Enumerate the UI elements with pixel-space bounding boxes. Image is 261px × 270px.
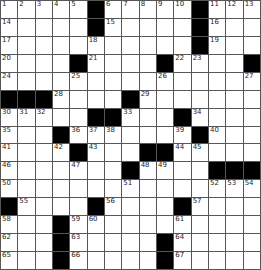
block-r2c12 xyxy=(192,19,208,36)
cell-r2c11[interactable] xyxy=(174,19,190,36)
cell-r1c8[interactable]: 7 xyxy=(122,1,138,18)
cell-r9c7[interactable] xyxy=(105,144,121,161)
block-r9c5 xyxy=(70,144,86,161)
cell-r15c12[interactable] xyxy=(192,252,208,269)
clue-number-46: 46 xyxy=(2,162,11,169)
cell-r8c6[interactable]: 37 xyxy=(88,127,104,144)
cell-r13c10[interactable] xyxy=(157,216,173,233)
cell-r9c6[interactable]: 43 xyxy=(88,144,104,161)
cell-r15c11[interactable]: 67 xyxy=(174,252,190,269)
cell-r7c8[interactable]: 33 xyxy=(122,109,138,126)
cell-r15c6[interactable] xyxy=(88,252,104,269)
cell-r13c1[interactable]: 58 xyxy=(1,216,17,233)
cell-r9c14[interactable] xyxy=(226,144,242,161)
clue-number-56: 56 xyxy=(106,198,115,205)
clue-number-11: 11 xyxy=(210,1,219,8)
block-r6c2 xyxy=(18,91,34,108)
cell-r4c8[interactable] xyxy=(122,55,138,72)
block-r6c8 xyxy=(122,91,138,108)
block-r8c4 xyxy=(53,127,69,144)
cell-r14c11[interactable]: 64 xyxy=(174,234,190,251)
cell-r9c8[interactable] xyxy=(122,144,138,161)
clue-number-49: 49 xyxy=(158,162,167,169)
cell-r7c9[interactable] xyxy=(140,109,156,126)
cell-r11c11[interactable] xyxy=(174,180,190,197)
cell-r10c9[interactable]: 48 xyxy=(140,162,156,179)
cell-r7c1[interactable]: 30 xyxy=(1,109,17,126)
cell-r2c10[interactable] xyxy=(157,19,173,36)
cell-r8c7[interactable]: 38 xyxy=(105,127,121,144)
cell-r2c2[interactable] xyxy=(18,19,34,36)
cell-r5c14[interactable] xyxy=(226,73,242,90)
cell-r13c12[interactable] xyxy=(192,216,208,233)
cell-r5c6[interactable] xyxy=(88,73,104,90)
cell-r4c14[interactable] xyxy=(226,55,242,72)
clue-number-59: 59 xyxy=(71,216,80,223)
block-r4c5 xyxy=(70,55,86,72)
clue-number-12: 12 xyxy=(227,1,236,8)
clue-number-14: 14 xyxy=(2,19,11,26)
block-r14c4 xyxy=(53,234,69,251)
clue-number-54: 54 xyxy=(245,180,254,187)
clue-number-17: 17 xyxy=(2,37,11,44)
block-r6c3 xyxy=(36,91,52,108)
clue-number-57: 57 xyxy=(193,198,202,205)
cell-r1c13[interactable]: 11 xyxy=(209,1,225,18)
cell-r6c14[interactable] xyxy=(226,91,242,108)
clue-number-24: 24 xyxy=(2,73,11,80)
block-r15c10 xyxy=(157,252,173,269)
cell-r9c12[interactable]: 45 xyxy=(192,144,208,161)
cell-r12c5[interactable] xyxy=(70,198,86,215)
cell-r9c4[interactable]: 42 xyxy=(53,144,69,161)
cell-r4c12[interactable]: 23 xyxy=(192,55,208,72)
cell-r8c15[interactable] xyxy=(244,127,260,144)
cell-r13c8[interactable] xyxy=(122,216,138,233)
cell-r4c11[interactable]: 22 xyxy=(174,55,190,72)
clue-number-19: 19 xyxy=(210,37,219,44)
cell-r5c15[interactable]: 27 xyxy=(244,73,260,90)
cell-r11c4[interactable] xyxy=(53,180,69,197)
cell-r7c4[interactable] xyxy=(53,109,69,126)
cell-r12c8[interactable] xyxy=(122,198,138,215)
block-r6c1 xyxy=(1,91,17,108)
cell-r4c13[interactable] xyxy=(209,55,225,72)
cell-r14c5[interactable]: 63 xyxy=(70,234,86,251)
cell-r6c11[interactable] xyxy=(174,91,190,108)
cell-r10c12[interactable] xyxy=(192,162,208,179)
cell-r8c11[interactable]: 39 xyxy=(174,127,190,144)
cell-r9c13[interactable] xyxy=(209,144,225,161)
cell-r11c1[interactable]: 50 xyxy=(1,180,17,197)
cell-r5c11[interactable] xyxy=(174,73,190,90)
cell-r9c2[interactable] xyxy=(18,144,34,161)
block-r9c9 xyxy=(140,144,156,161)
cell-r3c4[interactable] xyxy=(53,37,69,54)
cell-r3c5[interactable] xyxy=(70,37,86,54)
cell-r12c9[interactable] xyxy=(140,198,156,215)
clue-number-2: 2 xyxy=(19,1,23,8)
clue-number-27: 27 xyxy=(245,73,254,80)
clue-number-53: 53 xyxy=(227,180,236,187)
cell-r14c3[interactable] xyxy=(36,234,52,251)
cell-r11c6[interactable] xyxy=(88,180,104,197)
cell-r4c2[interactable] xyxy=(18,55,34,72)
cell-r15c2[interactable] xyxy=(18,252,34,269)
block-r10c13 xyxy=(209,162,225,179)
clue-number-31: 31 xyxy=(19,109,28,116)
cell-r5c8[interactable] xyxy=(122,73,138,90)
clue-number-44: 44 xyxy=(175,144,184,151)
cell-r4c1[interactable]: 20 xyxy=(1,55,17,72)
cell-r2c7[interactable]: 15 xyxy=(105,19,121,36)
cell-r6c13[interactable] xyxy=(209,91,225,108)
cell-r12c14[interactable] xyxy=(226,198,242,215)
block-r10c8 xyxy=(122,162,138,179)
clue-number-47: 47 xyxy=(71,162,80,169)
cell-r2c13[interactable]: 16 xyxy=(209,19,225,36)
block-r2c6 xyxy=(88,19,104,36)
clue-number-21: 21 xyxy=(89,55,98,62)
clue-number-40: 40 xyxy=(210,127,219,134)
cell-r2c3[interactable] xyxy=(36,19,52,36)
crossword-board: 1234567891011121314151617181920212223242… xyxy=(0,0,261,270)
clue-number-15: 15 xyxy=(106,19,115,26)
cell-r4c6[interactable]: 21 xyxy=(88,55,104,72)
cell-r8c2[interactable] xyxy=(18,127,34,144)
clue-number-8: 8 xyxy=(141,1,145,8)
clue-number-41: 41 xyxy=(2,144,11,151)
cell-r12c12[interactable]: 57 xyxy=(192,198,208,215)
clue-number-1: 1 xyxy=(2,1,6,8)
cell-r1c3[interactable]: 3 xyxy=(36,1,52,18)
clue-number-43: 43 xyxy=(89,144,98,151)
cell-r15c5[interactable]: 66 xyxy=(70,252,86,269)
cell-r5c4[interactable] xyxy=(53,73,69,90)
clue-number-3: 3 xyxy=(37,1,41,8)
cell-r2c15[interactable] xyxy=(244,19,260,36)
cell-r13c2[interactable] xyxy=(18,216,34,233)
cell-r14c2[interactable] xyxy=(18,234,34,251)
cell-r8c14[interactable] xyxy=(226,127,242,144)
cell-r13c5[interactable]: 59 xyxy=(70,216,86,233)
cell-r11c7[interactable] xyxy=(105,180,121,197)
block-r15c4 xyxy=(53,252,69,269)
cell-r3c1[interactable]: 17 xyxy=(1,37,17,54)
cell-r12c7[interactable]: 56 xyxy=(105,198,121,215)
clue-number-6: 6 xyxy=(106,1,110,8)
block-r3c12 xyxy=(192,37,208,54)
cell-r15c14[interactable] xyxy=(226,252,242,269)
clue-number-30: 30 xyxy=(2,109,11,116)
cell-r2c1[interactable]: 14 xyxy=(1,19,17,36)
clue-number-58: 58 xyxy=(2,216,11,223)
clue-number-64: 64 xyxy=(175,234,184,241)
cell-r11c5[interactable] xyxy=(70,180,86,197)
cell-r7c13[interactable] xyxy=(209,109,225,126)
cell-r7c15[interactable] xyxy=(244,109,260,126)
cell-r12c10[interactable] xyxy=(157,198,173,215)
cell-r11c15[interactable]: 54 xyxy=(244,180,260,197)
cell-r10c2[interactable] xyxy=(18,162,34,179)
cell-r5c5[interactable]: 25 xyxy=(70,73,86,90)
cell-r5c12[interactable] xyxy=(192,73,208,90)
block-r8c12 xyxy=(192,127,208,144)
block-r4c10 xyxy=(157,55,173,72)
cell-r15c1[interactable]: 65 xyxy=(1,252,17,269)
cell-r3c2[interactable] xyxy=(18,37,34,54)
cell-r2c9[interactable] xyxy=(140,19,156,36)
cell-r11c3[interactable] xyxy=(36,180,52,197)
cell-r1c5[interactable]: 5 xyxy=(70,1,86,18)
cell-r6c9[interactable]: 29 xyxy=(140,91,156,108)
cell-r5c2[interactable] xyxy=(18,73,34,90)
block-r13c4 xyxy=(53,216,69,233)
cell-r13c15[interactable] xyxy=(244,216,260,233)
cell-r14c7[interactable] xyxy=(105,234,121,251)
cell-r6c15[interactable] xyxy=(244,91,260,108)
clue-number-9: 9 xyxy=(158,1,162,8)
clue-number-7: 7 xyxy=(123,1,127,8)
cell-r14c9[interactable] xyxy=(140,234,156,251)
clue-number-23: 23 xyxy=(193,55,202,62)
cell-r1c10[interactable]: 9 xyxy=(157,1,173,18)
cell-r13c13[interactable] xyxy=(209,216,225,233)
cell-r9c11[interactable]: 44 xyxy=(174,144,190,161)
clue-number-5: 5 xyxy=(71,1,75,8)
clue-number-62: 62 xyxy=(2,234,11,241)
cell-r15c3[interactable] xyxy=(36,252,52,269)
cell-r14c15[interactable] xyxy=(244,234,260,251)
cell-r11c8[interactable]: 51 xyxy=(122,180,138,197)
block-r1c12 xyxy=(192,1,208,18)
cell-r14c12[interactable] xyxy=(192,234,208,251)
cell-r10c7[interactable] xyxy=(105,162,121,179)
cell-r12c4[interactable] xyxy=(53,198,69,215)
cell-r2c4[interactable] xyxy=(53,19,69,36)
cell-r15c7[interactable] xyxy=(105,252,121,269)
cell-r13c7[interactable] xyxy=(105,216,121,233)
cell-r6c7[interactable] xyxy=(105,91,121,108)
block-r10c15 xyxy=(244,162,260,179)
cell-r12c3[interactable] xyxy=(36,198,52,215)
cell-r13c14[interactable] xyxy=(226,216,242,233)
cell-r10c6[interactable] xyxy=(88,162,104,179)
cell-r8c1[interactable]: 35 xyxy=(1,127,17,144)
cell-r1c2[interactable]: 2 xyxy=(18,1,34,18)
cell-r13c3[interactable] xyxy=(36,216,52,233)
cell-r8c5[interactable]: 36 xyxy=(70,127,86,144)
cell-r10c5[interactable]: 47 xyxy=(70,162,86,179)
cell-r2c8[interactable] xyxy=(122,19,138,36)
cell-r4c4[interactable] xyxy=(53,55,69,72)
cell-r9c1[interactable]: 41 xyxy=(1,144,17,161)
cell-r14c14[interactable] xyxy=(226,234,242,251)
cell-r6c6[interactable] xyxy=(88,91,104,108)
cell-r10c10[interactable]: 49 xyxy=(157,162,173,179)
block-r12c6 xyxy=(88,198,104,215)
cell-r11c14[interactable]: 53 xyxy=(226,180,242,197)
cell-r11c13[interactable]: 52 xyxy=(209,180,225,197)
clue-number-39: 39 xyxy=(175,127,184,134)
cell-r5c10[interactable]: 26 xyxy=(157,73,173,90)
block-r7c7 xyxy=(105,109,121,126)
cell-r1c7[interactable]: 6 xyxy=(105,1,121,18)
clue-number-35: 35 xyxy=(2,127,11,134)
cell-r14c13[interactable] xyxy=(209,234,225,251)
cell-r3c10[interactable] xyxy=(157,37,173,54)
cell-r8c13[interactable]: 40 xyxy=(209,127,225,144)
clue-number-32: 32 xyxy=(37,109,46,116)
cell-r3c3[interactable] xyxy=(36,37,52,54)
cell-r7c2[interactable]: 31 xyxy=(18,109,34,126)
cell-r12c2[interactable]: 55 xyxy=(18,198,34,215)
block-r7c11 xyxy=(174,109,190,126)
cell-r3c7[interactable] xyxy=(105,37,121,54)
block-r10c14 xyxy=(226,162,242,179)
clue-number-61: 61 xyxy=(175,216,184,223)
cell-r2c14[interactable] xyxy=(226,19,242,36)
block-r14c10 xyxy=(157,234,173,251)
block-r12c1 xyxy=(1,198,17,215)
clue-number-67: 67 xyxy=(175,252,184,259)
clue-number-36: 36 xyxy=(71,127,80,134)
cell-r1c4[interactable]: 4 xyxy=(53,1,69,18)
cell-r4c9[interactable] xyxy=(140,55,156,72)
cell-r1c14[interactable]: 12 xyxy=(226,1,242,18)
cell-r14c8[interactable] xyxy=(122,234,138,251)
cell-r12c15[interactable] xyxy=(244,198,260,215)
clue-number-18: 18 xyxy=(89,37,98,44)
block-r1c6 xyxy=(88,1,104,18)
cell-r13c6[interactable]: 60 xyxy=(88,216,104,233)
clue-number-55: 55 xyxy=(19,198,28,205)
block-r7c6 xyxy=(88,109,104,126)
cell-r4c7[interactable] xyxy=(105,55,121,72)
cell-r1c1[interactable]: 1 xyxy=(1,1,17,18)
cell-r9c15[interactable] xyxy=(244,144,260,161)
cell-r7c10[interactable] xyxy=(157,109,173,126)
cell-r13c9[interactable] xyxy=(140,216,156,233)
cell-r8c9[interactable] xyxy=(140,127,156,144)
cell-r3c6[interactable]: 18 xyxy=(88,37,104,54)
cell-r3c11[interactable] xyxy=(174,37,190,54)
clue-number-4: 4 xyxy=(54,1,58,8)
clue-number-34: 34 xyxy=(193,109,202,116)
cell-r12c13[interactable] xyxy=(209,198,225,215)
clue-number-37: 37 xyxy=(89,127,98,134)
clue-number-22: 22 xyxy=(175,55,184,62)
cell-r10c1[interactable]: 46 xyxy=(1,162,17,179)
cell-r5c9[interactable] xyxy=(140,73,156,90)
cell-r1c15[interactable]: 13 xyxy=(244,1,260,18)
cell-r7c5[interactable] xyxy=(70,109,86,126)
cell-r3c14[interactable] xyxy=(226,37,242,54)
clue-number-52: 52 xyxy=(210,180,219,187)
cell-r13c11[interactable]: 61 xyxy=(174,216,190,233)
clue-number-13: 13 xyxy=(245,1,254,8)
cell-r5c7[interactable] xyxy=(105,73,121,90)
cell-r5c3[interactable] xyxy=(36,73,52,90)
cell-r2c5[interactable] xyxy=(70,19,86,36)
cell-r4c3[interactable] xyxy=(36,55,52,72)
cell-r15c13[interactable] xyxy=(209,252,225,269)
clue-number-48: 48 xyxy=(141,162,150,169)
clue-number-26: 26 xyxy=(158,73,167,80)
cell-r11c2[interactable] xyxy=(18,180,34,197)
cell-r6c4[interactable]: 28 xyxy=(53,91,69,108)
cell-r7c3[interactable]: 32 xyxy=(36,109,52,126)
block-r9c10 xyxy=(157,144,173,161)
cell-r8c8[interactable] xyxy=(122,127,138,144)
cell-r10c4[interactable] xyxy=(53,162,69,179)
clue-number-38: 38 xyxy=(106,127,115,134)
block-r12c11 xyxy=(174,198,190,215)
clue-number-20: 20 xyxy=(2,55,11,62)
cell-r5c13[interactable] xyxy=(209,73,225,90)
clue-number-66: 66 xyxy=(71,252,80,259)
cell-r15c9[interactable] xyxy=(140,252,156,269)
clue-number-16: 16 xyxy=(210,19,219,26)
cell-r5c1[interactable]: 24 xyxy=(1,73,17,90)
cell-r3c13[interactable]: 19 xyxy=(209,37,225,54)
cell-r1c9[interactable]: 8 xyxy=(140,1,156,18)
cell-r8c10[interactable] xyxy=(157,127,173,144)
clue-number-65: 65 xyxy=(2,252,11,259)
clue-number-28: 28 xyxy=(54,91,63,98)
cell-r10c3[interactable] xyxy=(36,162,52,179)
clue-number-51: 51 xyxy=(123,180,132,187)
clue-number-42: 42 xyxy=(54,144,63,151)
cell-r8c3[interactable] xyxy=(36,127,52,144)
clue-number-45: 45 xyxy=(193,144,202,151)
cell-r9c3[interactable] xyxy=(36,144,52,161)
clue-number-63: 63 xyxy=(71,234,80,241)
clue-number-29: 29 xyxy=(141,91,150,98)
cell-r11c10[interactable] xyxy=(157,180,173,197)
cell-r6c10[interactable] xyxy=(157,91,173,108)
block-r4c15 xyxy=(244,55,260,72)
cell-r14c1[interactable]: 62 xyxy=(1,234,17,251)
cell-r11c9[interactable] xyxy=(140,180,156,197)
cell-r11c12[interactable] xyxy=(192,180,208,197)
cell-r3c15[interactable] xyxy=(244,37,260,54)
clue-number-50: 50 xyxy=(2,180,11,187)
clue-number-25: 25 xyxy=(71,73,80,80)
cell-r15c15[interactable] xyxy=(244,252,260,269)
cell-r6c12[interactable] xyxy=(192,91,208,108)
clue-number-60: 60 xyxy=(89,216,98,223)
cell-r10c11[interactable] xyxy=(174,162,190,179)
clue-number-33: 33 xyxy=(123,109,132,116)
cell-r3c8[interactable] xyxy=(122,37,138,54)
cell-r1c11[interactable]: 10 xyxy=(174,1,190,18)
cell-r7c12[interactable]: 34 xyxy=(192,109,208,126)
cell-r6c5[interactable] xyxy=(70,91,86,108)
clue-number-10: 10 xyxy=(175,1,184,8)
cell-r3c9[interactable] xyxy=(140,37,156,54)
cell-r7c14[interactable] xyxy=(226,109,242,126)
cell-r14c6[interactable] xyxy=(88,234,104,251)
cell-r15c8[interactable] xyxy=(122,252,138,269)
